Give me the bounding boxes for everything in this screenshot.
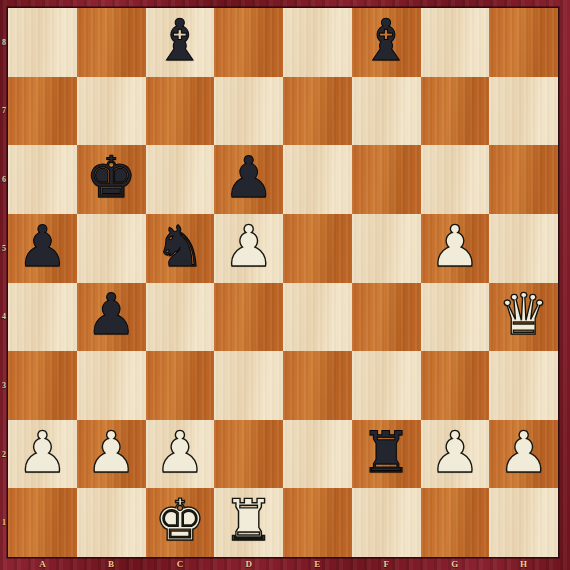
black-pawn[interactable]: ♟ bbox=[17, 218, 68, 275]
square-b3[interactable] bbox=[77, 351, 146, 420]
square-e2[interactable] bbox=[283, 420, 352, 489]
file-labels: ABCDEFGH bbox=[8, 557, 558, 570]
white-pawn[interactable]: ♟ bbox=[86, 424, 137, 481]
square-e4[interactable] bbox=[283, 283, 352, 352]
rank-label-7: 7 bbox=[0, 77, 8, 146]
white-rook[interactable]: ♜ bbox=[223, 492, 274, 549]
square-b4[interactable]: ♟ bbox=[77, 283, 146, 352]
square-c4[interactable] bbox=[146, 283, 215, 352]
square-a1[interactable] bbox=[8, 488, 77, 557]
square-g1[interactable] bbox=[421, 488, 490, 557]
black-knight[interactable]: ♞ bbox=[154, 218, 205, 275]
square-a8[interactable] bbox=[8, 8, 77, 77]
square-b5[interactable] bbox=[77, 214, 146, 283]
square-f7[interactable] bbox=[352, 77, 421, 146]
square-b6[interactable]: ♚ bbox=[77, 145, 146, 214]
square-b8[interactable] bbox=[77, 8, 146, 77]
rank-label-4: 4 bbox=[0, 283, 8, 352]
square-f2[interactable]: ♜ bbox=[352, 420, 421, 489]
square-b7[interactable] bbox=[77, 77, 146, 146]
file-label-f: F bbox=[352, 557, 421, 570]
chess-board: ♝♝♚♟♟♞♟♟♟♛♟♟♟♜♟♟♚♜ bbox=[8, 8, 558, 557]
square-f8[interactable]: ♝ bbox=[352, 8, 421, 77]
rank-label-5: 5 bbox=[0, 214, 8, 283]
square-g5[interactable]: ♟ bbox=[421, 214, 490, 283]
square-d3[interactable] bbox=[214, 351, 283, 420]
white-pawn[interactable]: ♟ bbox=[429, 424, 480, 481]
square-c7[interactable] bbox=[146, 77, 215, 146]
square-g3[interactable] bbox=[421, 351, 490, 420]
square-c5[interactable]: ♞ bbox=[146, 214, 215, 283]
square-c2[interactable]: ♟ bbox=[146, 420, 215, 489]
white-king[interactable]: ♚ bbox=[154, 492, 205, 549]
white-pawn[interactable]: ♟ bbox=[429, 218, 480, 275]
black-king[interactable]: ♚ bbox=[86, 149, 137, 206]
square-h2[interactable]: ♟ bbox=[489, 420, 558, 489]
square-c3[interactable] bbox=[146, 351, 215, 420]
square-g4[interactable] bbox=[421, 283, 490, 352]
square-d5[interactable]: ♟ bbox=[214, 214, 283, 283]
square-h6[interactable] bbox=[489, 145, 558, 214]
square-d1[interactable]: ♜ bbox=[214, 488, 283, 557]
square-e8[interactable] bbox=[283, 8, 352, 77]
square-e7[interactable] bbox=[283, 77, 352, 146]
square-h4[interactable]: ♛ bbox=[489, 283, 558, 352]
file-label-c: C bbox=[146, 557, 215, 570]
black-bishop[interactable]: ♝ bbox=[154, 12, 205, 69]
square-e5[interactable] bbox=[283, 214, 352, 283]
file-label-h: H bbox=[489, 557, 558, 570]
square-b2[interactable]: ♟ bbox=[77, 420, 146, 489]
square-f4[interactable] bbox=[352, 283, 421, 352]
square-g2[interactable]: ♟ bbox=[421, 420, 490, 489]
square-g6[interactable] bbox=[421, 145, 490, 214]
square-h7[interactable] bbox=[489, 77, 558, 146]
square-f3[interactable] bbox=[352, 351, 421, 420]
square-h3[interactable] bbox=[489, 351, 558, 420]
rank-label-6: 6 bbox=[0, 145, 8, 214]
square-a5[interactable]: ♟ bbox=[8, 214, 77, 283]
rank-labels: 87654321 bbox=[0, 8, 8, 557]
square-a3[interactable] bbox=[8, 351, 77, 420]
white-pawn[interactable]: ♟ bbox=[498, 424, 549, 481]
square-b1[interactable] bbox=[77, 488, 146, 557]
square-f5[interactable] bbox=[352, 214, 421, 283]
square-c8[interactable]: ♝ bbox=[146, 8, 215, 77]
square-a7[interactable] bbox=[8, 77, 77, 146]
black-bishop[interactable]: ♝ bbox=[361, 12, 412, 69]
file-label-a: A bbox=[8, 557, 77, 570]
square-a2[interactable]: ♟ bbox=[8, 420, 77, 489]
square-a4[interactable] bbox=[8, 283, 77, 352]
white-queen[interactable]: ♛ bbox=[498, 286, 549, 343]
square-f6[interactable] bbox=[352, 145, 421, 214]
square-d6[interactable]: ♟ bbox=[214, 145, 283, 214]
rank-label-8: 8 bbox=[0, 8, 8, 77]
file-label-b: B bbox=[77, 557, 146, 570]
square-h1[interactable] bbox=[489, 488, 558, 557]
square-g7[interactable] bbox=[421, 77, 490, 146]
rank-label-2: 2 bbox=[0, 420, 8, 489]
file-label-d: D bbox=[214, 557, 283, 570]
chess-board-frame: ♝♝♚♟♟♞♟♟♟♛♟♟♟♜♟♟♚♜ 87654321 ABCDEFGH bbox=[0, 0, 570, 570]
black-rook[interactable]: ♜ bbox=[361, 424, 412, 481]
square-g8[interactable] bbox=[421, 8, 490, 77]
black-pawn[interactable]: ♟ bbox=[86, 286, 137, 343]
square-h5[interactable] bbox=[489, 214, 558, 283]
square-f1[interactable] bbox=[352, 488, 421, 557]
square-a6[interactable] bbox=[8, 145, 77, 214]
square-c1[interactable]: ♚ bbox=[146, 488, 215, 557]
square-h8[interactable] bbox=[489, 8, 558, 77]
white-pawn[interactable]: ♟ bbox=[223, 218, 274, 275]
square-d2[interactable] bbox=[214, 420, 283, 489]
square-d7[interactable] bbox=[214, 77, 283, 146]
file-label-g: G bbox=[421, 557, 490, 570]
rank-label-1: 1 bbox=[0, 488, 8, 557]
black-pawn[interactable]: ♟ bbox=[223, 149, 274, 206]
square-e3[interactable] bbox=[283, 351, 352, 420]
square-e6[interactable] bbox=[283, 145, 352, 214]
square-e1[interactable] bbox=[283, 488, 352, 557]
rank-label-3: 3 bbox=[0, 351, 8, 420]
square-d8[interactable] bbox=[214, 8, 283, 77]
square-c6[interactable] bbox=[146, 145, 215, 214]
white-pawn[interactable]: ♟ bbox=[154, 424, 205, 481]
white-pawn[interactable]: ♟ bbox=[17, 424, 68, 481]
square-d4[interactable] bbox=[214, 283, 283, 352]
file-label-e: E bbox=[283, 557, 352, 570]
